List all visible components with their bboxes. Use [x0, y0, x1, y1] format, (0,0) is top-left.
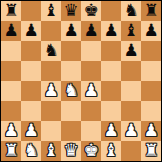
square-f3[interactable] — [101, 101, 121, 121]
square-b4[interactable] — [21, 81, 41, 101]
square-e3[interactable] — [81, 101, 101, 121]
square-b7[interactable]: ♟ — [21, 21, 41, 41]
square-g3[interactable] — [121, 101, 141, 121]
white-bishop[interactable]: ♝ — [43, 142, 58, 159]
square-d6[interactable] — [61, 41, 81, 61]
white-queen[interactable]: ♛ — [63, 142, 78, 159]
square-h7[interactable]: ♟ — [141, 21, 161, 41]
white-pawn[interactable]: ♟ — [123, 122, 138, 139]
square-a8[interactable]: ♜ — [1, 1, 21, 21]
square-e2[interactable] — [81, 121, 101, 141]
square-g4[interactable] — [121, 81, 141, 101]
square-d1[interactable]: ♛ — [61, 141, 81, 161]
black-pawn[interactable]: ♟ — [23, 22, 38, 39]
black-bishop[interactable]: ♝ — [43, 2, 58, 19]
square-b8[interactable] — [21, 1, 41, 21]
square-a6[interactable] — [1, 41, 21, 61]
chess-board: ♜♝♛♚♞♜♟♟♟♟♟♝♟♞♟♟♞♟♟♟♟♟♟♜♞♝♛♚♝♜ — [0, 0, 162, 162]
square-e1[interactable]: ♚ — [81, 141, 101, 161]
square-a4[interactable] — [1, 81, 21, 101]
square-d8[interactable]: ♛ — [61, 1, 81, 21]
black-pawn[interactable]: ♟ — [103, 22, 118, 39]
square-e8[interactable]: ♚ — [81, 1, 101, 21]
square-f5[interactable] — [101, 61, 121, 81]
black-knight[interactable]: ♞ — [123, 2, 138, 19]
square-e7[interactable]: ♟ — [81, 21, 101, 41]
square-b1[interactable]: ♞ — [21, 141, 41, 161]
square-d4[interactable]: ♞ — [61, 81, 81, 101]
square-a7[interactable]: ♟ — [1, 21, 21, 41]
square-c1[interactable]: ♝ — [41, 141, 61, 161]
white-pawn[interactable]: ♟ — [83, 82, 98, 99]
black-queen[interactable]: ♛ — [63, 2, 78, 19]
square-a2[interactable]: ♟ — [1, 121, 21, 141]
black-rook[interactable]: ♜ — [143, 2, 158, 19]
white-knight[interactable]: ♞ — [63, 82, 78, 99]
square-f7[interactable]: ♟ — [101, 21, 121, 41]
black-king[interactable]: ♚ — [83, 2, 98, 19]
square-b2[interactable]: ♟ — [21, 121, 41, 141]
square-b6[interactable] — [21, 41, 41, 61]
square-f6[interactable] — [101, 41, 121, 61]
black-pawn[interactable]: ♟ — [83, 22, 98, 39]
square-d2[interactable] — [61, 121, 81, 141]
square-h5[interactable] — [141, 61, 161, 81]
white-pawn[interactable]: ♟ — [143, 122, 158, 139]
black-pawn[interactable]: ♟ — [3, 22, 18, 39]
square-d3[interactable] — [61, 101, 81, 121]
black-rook[interactable]: ♜ — [3, 2, 18, 19]
white-pawn[interactable]: ♟ — [23, 122, 38, 139]
square-h6[interactable] — [141, 41, 161, 61]
white-rook[interactable]: ♜ — [143, 142, 158, 159]
black-bishop[interactable]: ♝ — [123, 22, 138, 39]
square-f1[interactable]: ♝ — [101, 141, 121, 161]
square-h4[interactable] — [141, 81, 161, 101]
white-pawn[interactable]: ♟ — [43, 82, 58, 99]
square-g7[interactable]: ♝ — [121, 21, 141, 41]
square-g6[interactable]: ♟ — [121, 41, 141, 61]
square-h2[interactable]: ♟ — [141, 121, 161, 141]
white-bishop[interactable]: ♝ — [103, 142, 118, 159]
square-e4[interactable]: ♟ — [81, 81, 101, 101]
square-e6[interactable] — [81, 41, 101, 61]
square-c8[interactable]: ♝ — [41, 1, 61, 21]
black-pawn[interactable]: ♟ — [123, 42, 138, 59]
square-b3[interactable] — [21, 101, 41, 121]
square-c6[interactable]: ♞ — [41, 41, 61, 61]
square-c2[interactable] — [41, 121, 61, 141]
white-pawn[interactable]: ♟ — [103, 122, 118, 139]
square-g5[interactable] — [121, 61, 141, 81]
square-h3[interactable] — [141, 101, 161, 121]
black-pawn[interactable]: ♟ — [63, 22, 78, 39]
square-a5[interactable] — [1, 61, 21, 81]
square-c4[interactable]: ♟ — [41, 81, 61, 101]
square-g2[interactable]: ♟ — [121, 121, 141, 141]
square-c7[interactable] — [41, 21, 61, 41]
square-c5[interactable] — [41, 61, 61, 81]
black-knight[interactable]: ♞ — [43, 42, 58, 59]
white-pawn[interactable]: ♟ — [3, 122, 18, 139]
white-king[interactable]: ♚ — [83, 142, 98, 159]
square-h8[interactable]: ♜ — [141, 1, 161, 21]
square-e5[interactable] — [81, 61, 101, 81]
square-c3[interactable] — [41, 101, 61, 121]
square-g1[interactable] — [121, 141, 141, 161]
square-b5[interactable] — [21, 61, 41, 81]
black-pawn[interactable]: ♟ — [143, 22, 158, 39]
square-d5[interactable] — [61, 61, 81, 81]
square-d7[interactable]: ♟ — [61, 21, 81, 41]
square-f4[interactable] — [101, 81, 121, 101]
square-a1[interactable]: ♜ — [1, 141, 21, 161]
square-f2[interactable]: ♟ — [101, 121, 121, 141]
square-h1[interactable]: ♜ — [141, 141, 161, 161]
white-knight[interactable]: ♞ — [23, 142, 38, 159]
square-g8[interactable]: ♞ — [121, 1, 141, 21]
square-f8[interactable] — [101, 1, 121, 21]
white-rook[interactable]: ♜ — [3, 142, 18, 159]
square-a3[interactable] — [1, 101, 21, 121]
